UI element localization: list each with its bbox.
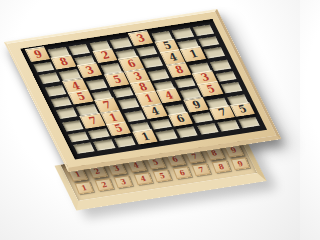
cell-r1c8[interactable] bbox=[172, 28, 193, 39]
cell-r6c8[interactable]: 5 bbox=[201, 85, 222, 96]
tile-3-r3c3[interactable]: 3 bbox=[77, 63, 102, 78]
cell-r5c2[interactable]: 5 bbox=[71, 93, 92, 104]
cell-r2c9[interactable] bbox=[198, 36, 220, 47]
cell-r7c5[interactable]: 4 bbox=[145, 107, 166, 118]
tile-5-r8c3[interactable]: 5 bbox=[106, 121, 131, 136]
tile-2-r2c4[interactable]: 2 bbox=[92, 48, 117, 63]
tile-8-r4c7[interactable]: 8 bbox=[166, 62, 191, 77]
cell-r1c3[interactable] bbox=[68, 44, 89, 55]
cell-r4c1[interactable] bbox=[45, 85, 66, 96]
box-2: 326 bbox=[90, 34, 163, 74]
cell-r1c5[interactable] bbox=[110, 37, 131, 48]
cell-r7c4[interactable] bbox=[124, 110, 145, 121]
cell-r1c9[interactable] bbox=[192, 25, 213, 36]
tile-9-r7c7[interactable]: 9 bbox=[183, 97, 208, 112]
cell-r8c1[interactable] bbox=[68, 131, 89, 142]
box-5: 53814 bbox=[107, 69, 180, 109]
cell-r5c9[interactable] bbox=[215, 71, 237, 82]
tile-1-r9c4[interactable]: 1 bbox=[133, 129, 158, 144]
cell-r6c1[interactable] bbox=[56, 108, 77, 119]
cell-r3c3[interactable]: 3 bbox=[80, 67, 102, 78]
cell-r4c7[interactable]: 8 bbox=[169, 66, 190, 77]
tray-tile-3[interactable]: 3 bbox=[114, 175, 133, 188]
box-3: 541 bbox=[152, 25, 225, 65]
cell-r9c9[interactable] bbox=[238, 117, 260, 128]
cell-r2c1[interactable] bbox=[33, 62, 54, 73]
cell-r3c1[interactable] bbox=[39, 73, 60, 84]
box-6: 835 bbox=[169, 60, 242, 100]
cell-r9c5[interactable] bbox=[156, 130, 177, 141]
cell-r8c5[interactable] bbox=[150, 119, 171, 130]
cell-r9c4[interactable]: 1 bbox=[135, 133, 156, 144]
tray-tile-5[interactable]: 5 bbox=[153, 169, 172, 182]
cell-r5c1[interactable] bbox=[51, 96, 72, 107]
cell-r9c3[interactable] bbox=[114, 136, 136, 147]
sudoku-grid: 98332654145753814835715461975 bbox=[20, 19, 267, 159]
tile-9-r1c1[interactable]: 9 bbox=[25, 46, 50, 61]
tile-5-r6c8[interactable]: 5 bbox=[198, 81, 223, 96]
box-8: 461 bbox=[124, 104, 197, 144]
cell-r8c2[interactable] bbox=[88, 128, 109, 139]
tray-tile-4[interactable]: 4 bbox=[133, 172, 152, 185]
cell-r3c9[interactable] bbox=[204, 47, 226, 58]
cell-r8c7[interactable] bbox=[192, 112, 213, 123]
cell-r5c4[interactable] bbox=[113, 87, 134, 98]
cell-r1c6[interactable]: 3 bbox=[130, 34, 151, 45]
cell-r9c2[interactable] bbox=[94, 140, 115, 151]
tray-tile-2[interactable]: 2 bbox=[94, 178, 113, 191]
cell-r9c7[interactable] bbox=[197, 124, 218, 135]
tray-tile-9[interactable]: 9 bbox=[231, 157, 250, 170]
cell-r5c7[interactable] bbox=[175, 77, 196, 88]
tray-tile-8[interactable]: 8 bbox=[211, 160, 230, 173]
cell-r3c6[interactable] bbox=[142, 57, 164, 68]
tile-4-r7c5[interactable]: 4 bbox=[142, 103, 167, 118]
cell-r2c6[interactable] bbox=[136, 46, 158, 57]
cell-r4c3[interactable] bbox=[86, 79, 107, 90]
cell-r4c9[interactable] bbox=[210, 60, 231, 71]
cell-r2c4[interactable]: 2 bbox=[95, 52, 116, 63]
cell-r7c7[interactable]: 9 bbox=[186, 101, 207, 112]
cell-r8c8[interactable]: 7 bbox=[212, 109, 233, 120]
cell-r6c4[interactable] bbox=[118, 98, 139, 109]
cell-r7c2[interactable]: 7 bbox=[83, 117, 104, 128]
cell-r6c9[interactable] bbox=[221, 82, 243, 93]
tray-tile-7[interactable]: 7 bbox=[192, 163, 211, 176]
wooden-sudoku-board-photo: 123456789 123456789 98332654145753814835… bbox=[4, 9, 281, 172]
tray-tile-1[interactable]: 1 bbox=[75, 181, 94, 194]
tray-tile-6[interactable]: 6 bbox=[172, 166, 191, 179]
box-9: 975 bbox=[186, 95, 259, 135]
cell-r8c3[interactable]: 5 bbox=[109, 125, 131, 136]
tile-8-r2c2[interactable]: 8 bbox=[51, 54, 76, 69]
cell-r8c9[interactable]: 5 bbox=[233, 106, 255, 117]
cell-r9c1[interactable] bbox=[73, 143, 94, 154]
cell-r9c6[interactable] bbox=[176, 127, 198, 138]
cell-r2c2[interactable]: 8 bbox=[54, 58, 75, 69]
cell-r3c8[interactable]: 1 bbox=[183, 51, 204, 62]
tile-5-r5c2[interactable]: 5 bbox=[68, 89, 93, 104]
cell-r9c8[interactable] bbox=[218, 120, 239, 131]
cell-r8c6[interactable]: 6 bbox=[171, 115, 193, 126]
box-1: 983 bbox=[28, 44, 101, 84]
cell-r1c1[interactable]: 9 bbox=[28, 50, 49, 61]
cell-r4c4[interactable]: 5 bbox=[107, 76, 128, 87]
cell-r7c1[interactable] bbox=[62, 120, 83, 131]
tile-3-r1c6[interactable]: 3 bbox=[127, 30, 152, 45]
box-7: 715 bbox=[62, 114, 135, 154]
tile-6-r8c6[interactable]: 6 bbox=[168, 111, 193, 126]
cell-r4c6[interactable] bbox=[148, 69, 169, 80]
cell-r6c6[interactable]: 4 bbox=[159, 92, 181, 103]
